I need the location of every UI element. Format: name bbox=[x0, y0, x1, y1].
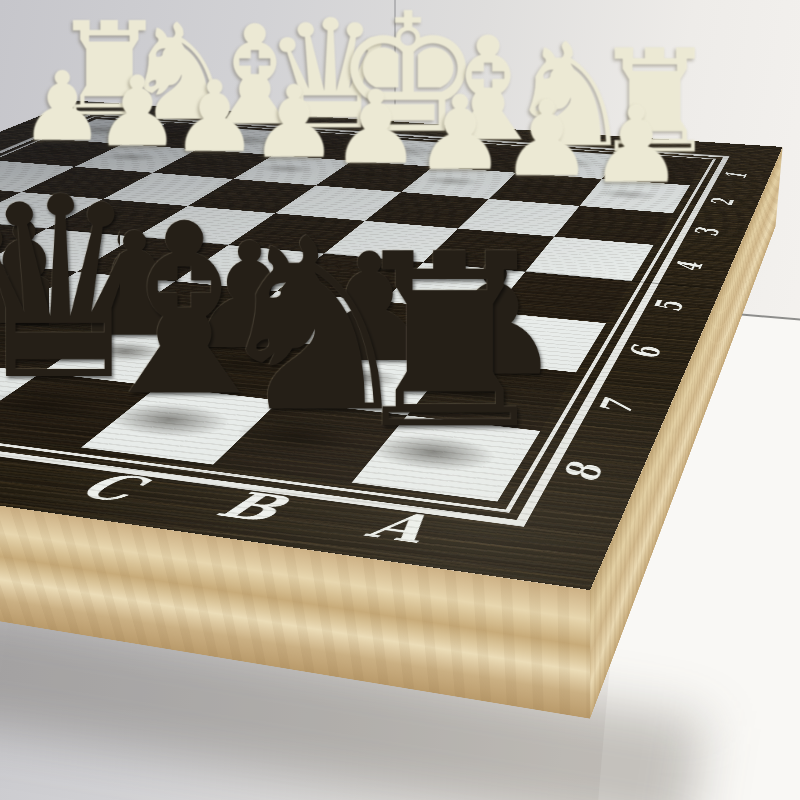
rank-label-text: 3 bbox=[689, 227, 724, 237]
rank-label-text: 8 bbox=[555, 462, 610, 484]
chess-board: 12345678 CBA ♜♞♝♛♚♝♞♜♟♟♟♟♟♟♟♟♜♞♝♛♟♟♟♟♟ bbox=[0, 101, 783, 590]
rank-label-text: 2 bbox=[705, 198, 738, 207]
piece-white-pawn-a2: ♟ bbox=[530, 95, 742, 196]
rank-label-text: 4 bbox=[670, 261, 708, 272]
file-label-text: B bbox=[208, 486, 293, 528]
piece-black-rook-a8: ♜ bbox=[281, 228, 617, 456]
file-label-text: A bbox=[360, 506, 437, 549]
rank-label-text: 5 bbox=[648, 300, 689, 313]
